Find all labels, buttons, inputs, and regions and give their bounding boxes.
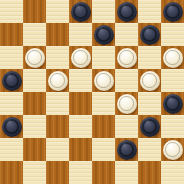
square-r4c1[interactable] [23, 92, 46, 115]
white-man[interactable] [163, 48, 183, 68]
black-man[interactable] [163, 2, 183, 22]
square-r1c5 [115, 23, 138, 46]
square-r7c5 [115, 161, 138, 184]
square-r0c2 [46, 0, 69, 23]
square-r1c1 [23, 23, 46, 46]
square-r5c1 [23, 115, 46, 138]
square-r3c1 [23, 69, 46, 92]
white-man[interactable] [140, 71, 160, 91]
square-r0c0 [0, 0, 23, 23]
square-r7c4[interactable] [92, 161, 115, 184]
square-r3c3 [69, 69, 92, 92]
square-r3c6[interactable] [138, 69, 161, 92]
white-man[interactable] [94, 71, 114, 91]
square-r2c4 [92, 46, 115, 69]
square-r4c2 [46, 92, 69, 115]
square-r5c3 [69, 115, 92, 138]
square-r7c7 [161, 161, 184, 184]
square-r3c7 [161, 69, 184, 92]
white-man[interactable] [117, 48, 137, 68]
square-r7c6[interactable] [138, 161, 161, 184]
square-r6c0 [0, 138, 23, 161]
square-r2c6 [138, 46, 161, 69]
black-man[interactable] [140, 25, 160, 45]
square-r1c6[interactable] [138, 23, 161, 46]
square-r6c6 [138, 138, 161, 161]
square-r2c1[interactable] [23, 46, 46, 69]
white-man[interactable] [71, 48, 91, 68]
square-r3c5 [115, 69, 138, 92]
square-r5c4[interactable] [92, 115, 115, 138]
square-r2c2 [46, 46, 69, 69]
square-r5c0[interactable] [0, 115, 23, 138]
square-r6c3[interactable] [69, 138, 92, 161]
square-r2c0 [0, 46, 23, 69]
black-man[interactable] [117, 140, 137, 160]
square-r6c2 [46, 138, 69, 161]
black-man[interactable] [117, 2, 137, 22]
square-r0c7[interactable] [161, 0, 184, 23]
square-r4c7[interactable] [161, 92, 184, 115]
square-r7c2[interactable] [46, 161, 69, 184]
white-man[interactable] [48, 71, 68, 91]
black-man[interactable] [2, 71, 22, 91]
square-r3c4[interactable] [92, 69, 115, 92]
black-man[interactable] [163, 94, 183, 114]
square-r4c0 [0, 92, 23, 115]
square-r7c3 [69, 161, 92, 184]
square-r1c0[interactable] [0, 23, 23, 46]
white-man[interactable] [117, 94, 137, 114]
white-man[interactable] [163, 140, 183, 160]
square-r0c3[interactable] [69, 0, 92, 23]
square-r1c2[interactable] [46, 23, 69, 46]
square-r1c4[interactable] [92, 23, 115, 46]
square-r0c5[interactable] [115, 0, 138, 23]
square-r7c0[interactable] [0, 161, 23, 184]
square-r0c1[interactable] [23, 0, 46, 23]
square-r4c6 [138, 92, 161, 115]
square-r5c2[interactable] [46, 115, 69, 138]
black-man[interactable] [2, 117, 22, 137]
square-r0c6 [138, 0, 161, 23]
black-man[interactable] [140, 117, 160, 137]
square-r4c5[interactable] [115, 92, 138, 115]
black-man[interactable] [94, 25, 114, 45]
square-r3c0[interactable] [0, 69, 23, 92]
square-r5c5 [115, 115, 138, 138]
square-r5c7 [161, 115, 184, 138]
square-r1c7 [161, 23, 184, 46]
square-r6c7[interactable] [161, 138, 184, 161]
square-r1c3 [69, 23, 92, 46]
square-r5c6[interactable] [138, 115, 161, 138]
square-r4c4 [92, 92, 115, 115]
square-r2c7[interactable] [161, 46, 184, 69]
square-r7c1 [23, 161, 46, 184]
black-man[interactable] [71, 2, 91, 22]
square-r2c5[interactable] [115, 46, 138, 69]
square-r6c4 [92, 138, 115, 161]
square-r4c3[interactable] [69, 92, 92, 115]
checkers-board [0, 0, 184, 184]
white-man[interactable] [25, 48, 45, 68]
square-r3c2[interactable] [46, 69, 69, 92]
square-r2c3[interactable] [69, 46, 92, 69]
square-r6c1[interactable] [23, 138, 46, 161]
square-r6c5[interactable] [115, 138, 138, 161]
square-r0c4 [92, 0, 115, 23]
